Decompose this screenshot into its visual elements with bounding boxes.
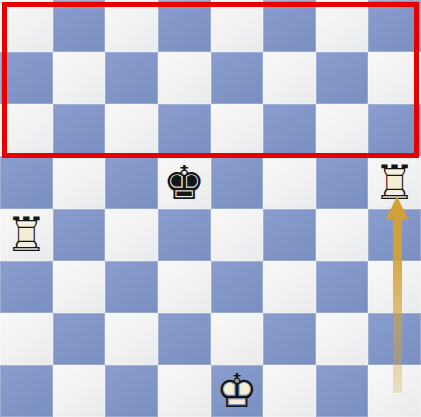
square-g7[interactable] [316,52,369,104]
square-f3[interactable] [263,261,316,313]
square-b7[interactable] [53,52,106,104]
square-f7[interactable] [263,52,316,104]
board-wrapper: ♚♜♖♜♖♚♔ [0,0,421,417]
square-e1[interactable]: ♚♔ [211,365,264,417]
square-b3[interactable] [53,261,106,313]
square-f1[interactable] [263,365,316,417]
white-rook-outline: ♖ [374,159,416,206]
square-a6[interactable] [0,104,53,156]
square-f8[interactable] [263,0,316,52]
square-f2[interactable] [263,313,316,365]
square-e8[interactable] [211,0,264,52]
square-c6[interactable] [105,104,158,156]
square-b2[interactable] [53,313,106,365]
square-h3[interactable] [368,261,421,313]
square-a1[interactable] [0,365,53,417]
square-d4[interactable] [158,209,211,261]
square-b8[interactable] [53,0,106,52]
square-h8[interactable] [368,0,421,52]
square-a7[interactable] [0,52,53,104]
square-g8[interactable] [316,0,369,52]
white-king[interactable]: ♚♔ [211,365,264,417]
square-c3[interactable] [105,261,158,313]
square-a2[interactable] [0,313,53,365]
square-c1[interactable] [105,365,158,417]
square-b4[interactable] [53,209,106,261]
square-e5[interactable] [211,156,264,208]
black-king-glyph: ♚ [163,159,205,206]
square-e4[interactable] [211,209,264,261]
square-h1[interactable] [368,365,421,417]
white-rook-outline: ♖ [5,211,47,258]
square-c4[interactable] [105,209,158,261]
square-g5[interactable] [316,156,369,208]
square-g6[interactable] [316,104,369,156]
square-f6[interactable] [263,104,316,156]
square-e6[interactable] [211,104,264,156]
black-king[interactable]: ♚ [158,156,211,208]
square-g2[interactable] [316,313,369,365]
square-h2[interactable] [368,313,421,365]
square-b1[interactable] [53,365,106,417]
square-e3[interactable] [211,261,264,313]
square-f5[interactable] [263,156,316,208]
square-d5[interactable]: ♚ [158,156,211,208]
square-e2[interactable] [211,313,264,365]
square-d6[interactable] [158,104,211,156]
square-d7[interactable] [158,52,211,104]
square-g1[interactable] [316,365,369,417]
square-a4[interactable]: ♜♖ [0,209,53,261]
square-c8[interactable] [105,0,158,52]
square-g3[interactable] [316,261,369,313]
square-c5[interactable] [105,156,158,208]
square-a5[interactable] [0,156,53,208]
square-b6[interactable] [53,104,106,156]
square-b5[interactable] [53,156,106,208]
square-h7[interactable] [368,52,421,104]
square-h5[interactable]: ♜♖ [368,156,421,208]
square-f4[interactable] [263,209,316,261]
square-d8[interactable] [158,0,211,52]
square-e7[interactable] [211,52,264,104]
square-c7[interactable] [105,52,158,104]
square-c2[interactable] [105,313,158,365]
square-h6[interactable] [368,104,421,156]
white-rook[interactable]: ♜♖ [0,209,53,261]
square-a3[interactable] [0,261,53,313]
square-a8[interactable] [0,0,53,52]
chess-board: ♚♜♖♜♖♚♔ [0,0,421,417]
square-h4[interactable] [368,209,421,261]
square-d1[interactable] [158,365,211,417]
white-rook[interactable]: ♜♖ [368,156,421,208]
square-d3[interactable] [158,261,211,313]
square-g4[interactable] [316,209,369,261]
square-d2[interactable] [158,313,211,365]
white-king-outline: ♔ [216,367,258,414]
